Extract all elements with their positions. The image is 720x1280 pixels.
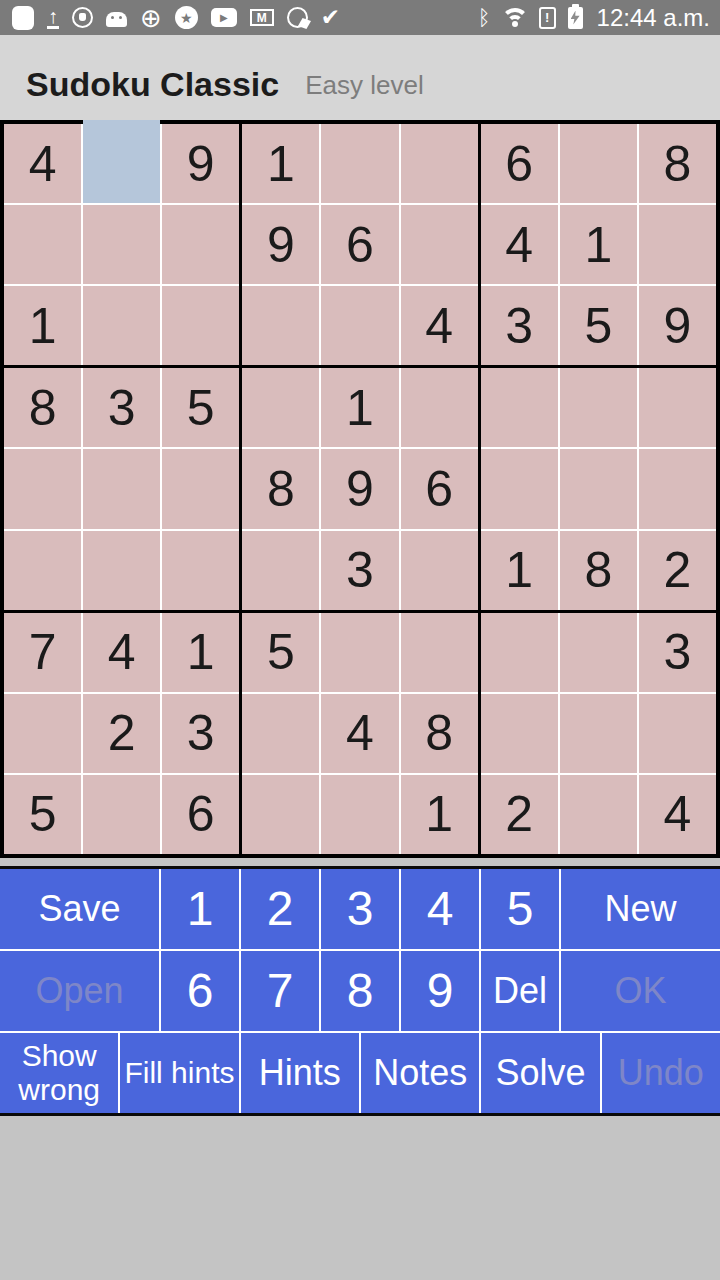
gmail-icon: M [250, 9, 274, 26]
cell-r6c0[interactable]: 7 [4, 613, 81, 692]
app-square-icon [12, 6, 34, 30]
status-bar: ↑ ⊕ ★ ▶ M ✔ ᛒ ! 12:44 a.m. [0, 0, 720, 35]
cell-r8c8[interactable]: 4 [639, 775, 716, 854]
board-keypad-divider [0, 858, 720, 866]
board-box-2: 6841359 [481, 124, 716, 365]
cell-r4c8[interactable] [639, 449, 716, 528]
cell-r0c5[interactable] [401, 124, 478, 203]
cell-r1c2[interactable] [162, 205, 239, 284]
undo-button[interactable]: Undo [602, 1033, 720, 1113]
cell-r7c1[interactable]: 2 [83, 694, 160, 773]
cell-r2c8[interactable]: 9 [639, 286, 716, 365]
battery-charging-icon [568, 7, 583, 29]
cell-r6c3[interactable]: 5 [242, 613, 319, 692]
keypad-row-2: Open6789DelOK [0, 951, 720, 1031]
cell-r0c6[interactable]: 6 [481, 124, 558, 203]
cell-r7c3[interactable] [242, 694, 319, 773]
cell-r4c4[interactable]: 9 [321, 449, 398, 528]
cell-r1c1[interactable] [83, 205, 160, 284]
cell-r5c0[interactable] [4, 531, 81, 610]
cell-r0c3[interactable]: 1 [242, 124, 319, 203]
status-time: 12:44 a.m. [597, 4, 710, 32]
cell-r4c0[interactable] [4, 449, 81, 528]
digit-9-button[interactable]: 9 [401, 951, 479, 1031]
cell-r0c2[interactable]: 9 [162, 124, 239, 203]
fill-hints-button[interactable]: Fill hints [120, 1033, 238, 1113]
keypad: Save12345NewOpen6789DelOKShow wrongFill … [0, 866, 720, 1116]
cell-r5c5[interactable] [401, 531, 478, 610]
cell-r8c4[interactable] [321, 775, 398, 854]
cell-r3c0[interactable]: 8 [4, 368, 81, 447]
digit-7-button[interactable]: 7 [241, 951, 319, 1031]
tap-circle-icon [287, 7, 308, 28]
cell-r1c5[interactable] [401, 205, 478, 284]
board-box-3: 835 [4, 368, 239, 609]
cell-r2c7[interactable]: 5 [560, 286, 637, 365]
cell-r0c7[interactable] [560, 124, 637, 203]
cell-r4c5[interactable]: 6 [401, 449, 478, 528]
cell-r3c4[interactable]: 1 [321, 368, 398, 447]
status-bar-system-icons: ᛒ ! 12:44 a.m. [478, 4, 720, 32]
cell-r6c4[interactable] [321, 613, 398, 692]
notes-button[interactable]: Notes [361, 1033, 479, 1113]
cell-r2c3[interactable] [242, 286, 319, 365]
shield-circle-icon [72, 7, 93, 28]
checkmark-icon: ✔ [321, 6, 340, 29]
cell-r8c1[interactable] [83, 775, 160, 854]
cell-r2c6[interactable]: 3 [481, 286, 558, 365]
cell-r7c6[interactable] [481, 694, 558, 773]
cell-r0c4[interactable] [321, 124, 398, 203]
ok-button[interactable]: OK [561, 951, 720, 1031]
cell-r6c6[interactable] [481, 613, 558, 692]
cell-r2c1[interactable] [83, 286, 160, 365]
crosshair-icon: ⊕ [140, 5, 162, 31]
cell-r3c7[interactable] [560, 368, 637, 447]
board-box-4: 18963 [242, 368, 477, 609]
cell-r5c1[interactable] [83, 531, 160, 610]
cell-r7c7[interactable] [560, 694, 637, 773]
cell-r6c2[interactable]: 1 [162, 613, 239, 692]
cell-r8c2[interactable]: 6 [162, 775, 239, 854]
cell-r8c6[interactable]: 2 [481, 775, 558, 854]
android-icon [106, 12, 127, 27]
board-box-7: 5481 [242, 613, 477, 854]
cell-r4c1[interactable] [83, 449, 160, 528]
hints-button[interactable]: Hints [241, 1033, 359, 1113]
cell-r5c8[interactable]: 2 [639, 531, 716, 610]
save-button[interactable]: Save [0, 869, 159, 949]
cell-r8c5[interactable]: 1 [401, 775, 478, 854]
cell-r4c2[interactable] [162, 449, 239, 528]
cell-r6c8[interactable]: 3 [639, 613, 716, 692]
cell-r3c6[interactable] [481, 368, 558, 447]
keypad-row-1: Save12345New [0, 869, 720, 949]
app-header: Sudoku Classic Easy level [0, 35, 720, 120]
digit-3-button[interactable]: 3 [321, 869, 399, 949]
cell-r3c8[interactable] [639, 368, 716, 447]
cell-r8c0[interactable]: 5 [4, 775, 81, 854]
cell-r8c3[interactable] [242, 775, 319, 854]
app-title: Sudoku Classic [26, 51, 279, 104]
cell-r2c0[interactable]: 1 [4, 286, 81, 365]
cell-r1c8[interactable] [639, 205, 716, 284]
digit-2-button[interactable]: 2 [241, 869, 319, 949]
sudoku-board: 491196468413598351896318274123565481324 [0, 120, 720, 858]
cell-r1c3[interactable]: 9 [242, 205, 319, 284]
cell-r2c2[interactable] [162, 286, 239, 365]
wifi-icon [501, 8, 529, 28]
digit-5-button[interactable]: 5 [481, 869, 559, 949]
new-button[interactable]: New [561, 869, 720, 949]
cell-r0c1[interactable] [83, 124, 160, 203]
cell-r5c3[interactable] [242, 531, 319, 610]
cell-r7c5[interactable]: 8 [401, 694, 478, 773]
digit-1-button[interactable]: 1 [161, 869, 239, 949]
cell-r5c6[interactable]: 1 [481, 531, 558, 610]
cell-r2c4[interactable] [321, 286, 398, 365]
cell-r7c8[interactable] [639, 694, 716, 773]
cell-r7c2[interactable]: 3 [162, 694, 239, 773]
solve-button[interactable]: Solve [481, 1033, 599, 1113]
digit-6-button[interactable]: 6 [161, 951, 239, 1031]
cell-r3c2[interactable]: 5 [162, 368, 239, 447]
footer [0, 1116, 720, 1280]
board-box-6: 7412356 [4, 613, 239, 854]
difficulty-label: Easy level [305, 54, 424, 101]
cell-r6c1[interactable]: 4 [83, 613, 160, 692]
cell-r3c3[interactable] [242, 368, 319, 447]
cell-r6c5[interactable] [401, 613, 478, 692]
board-box-8: 324 [481, 613, 716, 854]
bluetooth-icon: ᛒ [478, 7, 491, 28]
upload-icon: ↑ [47, 7, 59, 29]
cell-r1c4[interactable]: 6 [321, 205, 398, 284]
cell-r0c8[interactable]: 8 [639, 124, 716, 203]
cell-r1c0[interactable] [4, 205, 81, 284]
cell-r5c7[interactable]: 8 [560, 531, 637, 610]
cell-r1c6[interactable]: 4 [481, 205, 558, 284]
open-button[interactable]: Open [0, 951, 159, 1031]
board-box-5: 182 [481, 368, 716, 609]
cell-r1c7[interactable]: 1 [560, 205, 637, 284]
cell-r5c2[interactable] [162, 531, 239, 610]
digit-4-button[interactable]: 4 [401, 869, 479, 949]
show-wrong-button[interactable]: Show wrong [0, 1033, 118, 1113]
digit-8-button[interactable]: 8 [321, 951, 399, 1031]
cell-r7c0[interactable] [4, 694, 81, 773]
cell-r4c6[interactable] [481, 449, 558, 528]
cell-r6c7[interactable] [560, 613, 637, 692]
cell-r8c7[interactable] [560, 775, 637, 854]
cell-r0c0[interactable]: 4 [4, 124, 81, 203]
status-bar-notification-icons: ↑ ⊕ ★ ▶ M ✔ [0, 5, 340, 31]
cell-r4c7[interactable] [560, 449, 637, 528]
youtube-icon: ▶ [211, 8, 237, 27]
star-circle-icon: ★ [175, 6, 198, 29]
board-box-0: 491 [4, 124, 239, 365]
cell-r4c3[interactable]: 8 [242, 449, 319, 528]
delete-button[interactable]: Del [481, 951, 559, 1031]
cell-r7c4[interactable]: 4 [321, 694, 398, 773]
board-box-1: 1964 [242, 124, 477, 365]
keypad-row-3: Show wrongFill hintsHintsNotesSolveUndo [0, 1033, 720, 1113]
cell-r5c4[interactable]: 3 [321, 531, 398, 610]
cell-r3c1[interactable]: 3 [83, 368, 160, 447]
cell-r2c5[interactable]: 4 [401, 286, 478, 365]
screen: ↑ ⊕ ★ ▶ M ✔ ᛒ ! 12:44 a.m. Sudoku Classi… [0, 0, 720, 1280]
cell-r3c5[interactable] [401, 368, 478, 447]
sim-alert-icon: ! [539, 7, 556, 29]
